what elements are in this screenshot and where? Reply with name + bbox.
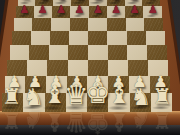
square-b6[interactable]: [32, 18, 51, 31]
square-b5[interactable]: [31, 31, 50, 45]
square-e5[interactable]: [88, 31, 107, 45]
board-rank-4: [10, 45, 167, 60]
square-d5[interactable]: [69, 31, 88, 45]
piece-white-knight-b1-reflection: ♞: [23, 109, 44, 132]
board-rank-5: [12, 31, 165, 45]
square-f5[interactable]: [107, 31, 126, 45]
square-g4[interactable]: [127, 45, 147, 60]
piece-white-king-e1[interactable]: ♚: [85, 80, 110, 108]
piece-white-bishop-c1-reflection: ♝: [44, 109, 66, 134]
chess-board-screenshot: ♜♞♝♛♚♝♞♜♟♟♟♟♟♟♟♟♟♟♟♟♟♟♟♟♜♜♞♞♝♝♛♛♚♚♝♝♞♞♜♜: [0, 0, 180, 135]
square-e4[interactable]: [88, 45, 108, 60]
piece-black-pawn-a7[interactable]: ♟: [19, 5, 29, 16]
piece-white-king-e1-reflection: ♚: [85, 109, 110, 135]
square-a4[interactable]: [10, 45, 30, 60]
piece-black-pawn-d7[interactable]: ♟: [75, 5, 85, 16]
square-d4[interactable]: [68, 45, 88, 60]
piece-white-knight-b1[interactable]: ♞: [23, 85, 44, 108]
piece-white-bishop-f1[interactable]: ♝: [108, 83, 130, 108]
piece-white-knight-g1-reflection: ♞: [130, 109, 151, 132]
piece-white-bishop-f1-reflection: ♝: [108, 109, 130, 134]
piece-black-pawn-b7[interactable]: ♟: [38, 5, 48, 16]
board-rank-6: [14, 18, 163, 31]
piece-white-rook-a1[interactable]: ♜: [2, 86, 22, 108]
square-g6[interactable]: [126, 18, 145, 31]
square-f4[interactable]: [108, 45, 128, 60]
square-d6[interactable]: [70, 18, 89, 31]
piece-white-rook-h1-reflection: ♜: [153, 109, 173, 131]
square-a5[interactable]: [12, 31, 31, 45]
piece-black-pawn-f7[interactable]: ♟: [111, 5, 121, 16]
piece-black-pawn-g7[interactable]: ♟: [130, 5, 140, 16]
square-a6[interactable]: [14, 18, 33, 31]
piece-black-pawn-h7[interactable]: ♟: [148, 5, 158, 16]
square-g5[interactable]: [127, 31, 146, 45]
square-c5[interactable]: [50, 31, 69, 45]
square-f6[interactable]: [107, 18, 126, 31]
square-c6[interactable]: [51, 18, 70, 31]
piece-white-knight-g1[interactable]: ♞: [130, 85, 151, 108]
square-h6[interactable]: [144, 18, 163, 31]
piece-white-bishop-c1[interactable]: ♝: [44, 83, 66, 108]
piece-white-rook-a1-reflection: ♜: [2, 109, 22, 131]
square-h5[interactable]: [146, 31, 165, 45]
piece-black-pawn-e7[interactable]: ♟: [93, 5, 103, 16]
square-b4[interactable]: [29, 45, 49, 60]
piece-black-pawn-c7[interactable]: ♟: [56, 5, 66, 16]
square-c4[interactable]: [49, 45, 69, 60]
square-e6[interactable]: [88, 18, 107, 31]
piece-white-rook-h1[interactable]: ♜: [153, 86, 173, 108]
square-h4[interactable]: [147, 45, 167, 60]
